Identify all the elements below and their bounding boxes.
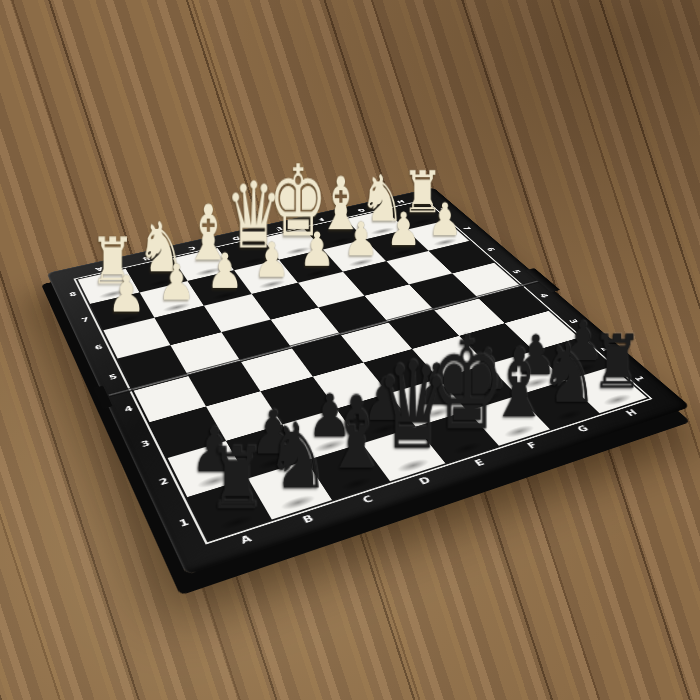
white-pawn[interactable]: ♟ [299,226,335,273]
black-knight[interactable]: ♞ [265,411,330,502]
black-bishop[interactable]: ♝ [324,383,389,484]
white-pawn[interactable]: ♟ [253,236,290,284]
white-pawn[interactable]: ♟ [343,216,378,263]
white-pawn[interactable]: ♟ [386,206,421,252]
black-rook[interactable]: ♜ [207,437,267,522]
table-scene: ABCDEFGH ABCDEFGH 87654321 87654321 ♜♞♝♛… [0,0,700,700]
black-rook[interactable]: ♜ [591,325,643,399]
chess-board: ABCDEFGH ABCDEFGH 87654321 87654321 ♜♞♝♛… [50,189,686,572]
white-pawn[interactable]: ♟ [107,269,145,320]
white-pawn[interactable]: ♟ [206,246,243,295]
white-pawn[interactable]: ♟ [158,257,196,307]
